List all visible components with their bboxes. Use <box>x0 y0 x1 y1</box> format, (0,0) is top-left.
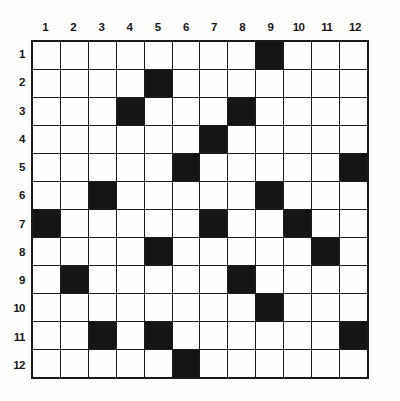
grid-cell[interactable] <box>312 294 339 321</box>
grid-cell[interactable] <box>117 238 144 265</box>
grid-cell[interactable] <box>200 322 227 349</box>
grid-cell[interactable] <box>173 266 200 293</box>
black-cell[interactable] <box>256 182 283 209</box>
grid-cell[interactable] <box>61 98 88 125</box>
grid-cell[interactable] <box>145 294 172 321</box>
grid-cell[interactable] <box>117 350 144 377</box>
black-cell[interactable] <box>173 350 200 377</box>
grid-cell[interactable] <box>284 182 311 209</box>
crossword-grid <box>31 40 369 379</box>
black-cell[interactable] <box>312 238 339 265</box>
grid-cell[interactable] <box>284 126 311 153</box>
row-label-6: 6 <box>2 181 28 209</box>
grid-cell[interactable] <box>284 294 311 321</box>
grid-cell[interactable] <box>61 210 88 237</box>
row-labels: 123456789101112 <box>2 40 28 379</box>
grid-cell[interactable] <box>145 126 172 153</box>
grid-cell[interactable] <box>33 126 60 153</box>
col-label-11: 11 <box>313 12 341 36</box>
grid-cell[interactable] <box>340 182 367 209</box>
row-label-2: 2 <box>2 68 28 96</box>
grid-cell[interactable] <box>33 42 60 69</box>
grid-cell[interactable] <box>200 182 227 209</box>
grid-cell[interactable] <box>117 42 144 69</box>
row-label-10: 10 <box>2 294 28 322</box>
black-cell[interactable] <box>340 322 367 349</box>
col-label-5: 5 <box>144 12 172 36</box>
grid-cell[interactable] <box>200 350 227 377</box>
grid-cell[interactable] <box>33 350 60 377</box>
grid-cell[interactable] <box>33 238 60 265</box>
grid-cell[interactable] <box>340 98 367 125</box>
grid-cell[interactable] <box>145 154 172 181</box>
grid-cell[interactable] <box>117 322 144 349</box>
grid-cell[interactable] <box>312 182 339 209</box>
grid-cell[interactable] <box>61 350 88 377</box>
grid-cell[interactable] <box>228 294 255 321</box>
grid-cell[interactable] <box>33 266 60 293</box>
grid-cell[interactable] <box>61 154 88 181</box>
grid-cell[interactable] <box>284 266 311 293</box>
grid-cell[interactable] <box>312 210 339 237</box>
grid-cell[interactable] <box>117 210 144 237</box>
grid-cell[interactable] <box>256 238 283 265</box>
col-label-10: 10 <box>284 12 312 36</box>
grid-cell[interactable] <box>312 126 339 153</box>
grid-cell[interactable] <box>33 182 60 209</box>
grid-cell[interactable] <box>145 266 172 293</box>
col-label-2: 2 <box>59 12 87 36</box>
grid-cell[interactable] <box>173 126 200 153</box>
grid-cell[interactable] <box>340 294 367 321</box>
black-cell[interactable] <box>145 238 172 265</box>
grid-cell[interactable] <box>200 238 227 265</box>
black-cell[interactable] <box>340 154 367 181</box>
black-cell[interactable] <box>145 70 172 97</box>
black-cell[interactable] <box>228 266 255 293</box>
black-cell[interactable] <box>256 42 283 69</box>
black-cell[interactable] <box>117 98 144 125</box>
grid-cell[interactable] <box>340 350 367 377</box>
grid-cell[interactable] <box>145 98 172 125</box>
grid-cell[interactable] <box>33 294 60 321</box>
grid-cell[interactable] <box>89 42 116 69</box>
grid-cell[interactable] <box>312 266 339 293</box>
grid-cell[interactable] <box>117 182 144 209</box>
grid-cell[interactable] <box>312 42 339 69</box>
row-label-7: 7 <box>2 210 28 238</box>
grid-cell[interactable] <box>145 210 172 237</box>
grid-cell[interactable] <box>228 238 255 265</box>
col-label-1: 1 <box>31 12 59 36</box>
grid-cell[interactable] <box>256 98 283 125</box>
black-cell[interactable] <box>89 322 116 349</box>
grid-cell[interactable] <box>145 350 172 377</box>
grid-cell[interactable] <box>173 294 200 321</box>
grid-cell[interactable] <box>61 322 88 349</box>
grid-cell[interactable] <box>256 322 283 349</box>
grid-cell[interactable] <box>173 322 200 349</box>
black-cell[interactable] <box>256 294 283 321</box>
col-label-4: 4 <box>115 12 143 36</box>
grid-cell[interactable] <box>340 42 367 69</box>
grid-cell[interactable] <box>117 266 144 293</box>
grid-cell[interactable] <box>33 98 60 125</box>
col-label-9: 9 <box>256 12 284 36</box>
grid-cell[interactable] <box>89 238 116 265</box>
grid-cell[interactable] <box>340 266 367 293</box>
grid-cell[interactable] <box>117 70 144 97</box>
grid-cell[interactable] <box>200 294 227 321</box>
grid-cell[interactable] <box>340 210 367 237</box>
grid-cell[interactable] <box>228 210 255 237</box>
row-label-12: 12 <box>2 351 28 379</box>
grid-cell[interactable] <box>117 294 144 321</box>
grid-cell[interactable] <box>312 70 339 97</box>
col-label-3: 3 <box>87 12 115 36</box>
grid-cell[interactable] <box>173 182 200 209</box>
black-cell[interactable] <box>33 210 60 237</box>
grid-cell[interactable] <box>200 70 227 97</box>
grid-cell[interactable] <box>340 126 367 153</box>
grid-cell[interactable] <box>312 154 339 181</box>
grid-cell[interactable] <box>89 98 116 125</box>
col-label-6: 6 <box>172 12 200 36</box>
grid-cell[interactable] <box>312 98 339 125</box>
grid-cell[interactable] <box>173 70 200 97</box>
grid-cell[interactable] <box>284 238 311 265</box>
row-label-4: 4 <box>2 125 28 153</box>
row-label-5: 5 <box>2 153 28 181</box>
grid-cell[interactable] <box>312 322 339 349</box>
row-label-1: 1 <box>2 40 28 68</box>
grid-cell[interactable] <box>33 154 60 181</box>
grid-cell[interactable] <box>256 70 283 97</box>
grid-cell[interactable] <box>340 238 367 265</box>
grid-cell[interactable] <box>200 154 227 181</box>
grid-cell[interactable] <box>284 154 311 181</box>
black-cell[interactable] <box>284 210 311 237</box>
grid-cell[interactable] <box>89 210 116 237</box>
black-cell[interactable] <box>200 126 227 153</box>
black-cell[interactable] <box>145 322 172 349</box>
grid-cell[interactable] <box>228 322 255 349</box>
black-cell[interactable] <box>173 154 200 181</box>
grid-cell[interactable] <box>256 154 283 181</box>
grid-cell[interactable] <box>89 126 116 153</box>
grid-cell[interactable] <box>256 350 283 377</box>
grid-cell[interactable] <box>173 42 200 69</box>
grid-cell[interactable] <box>173 98 200 125</box>
grid-cell[interactable] <box>117 126 144 153</box>
grid-cell[interactable] <box>200 98 227 125</box>
grid-cell[interactable] <box>256 210 283 237</box>
grid-cell[interactable] <box>89 154 116 181</box>
grid-cell[interactable] <box>284 322 311 349</box>
grid-cell[interactable] <box>89 350 116 377</box>
grid-cell[interactable] <box>228 350 255 377</box>
grid-cell[interactable] <box>117 154 144 181</box>
grid-cell[interactable] <box>256 266 283 293</box>
grid-cell[interactable] <box>284 350 311 377</box>
black-cell[interactable] <box>89 182 116 209</box>
grid-cell[interactable] <box>312 350 339 377</box>
col-label-7: 7 <box>200 12 228 36</box>
grid-cell[interactable] <box>89 294 116 321</box>
grid-cell[interactable] <box>200 42 227 69</box>
grid-cell[interactable] <box>173 210 200 237</box>
grid-cell[interactable] <box>61 294 88 321</box>
grid-cell[interactable] <box>145 182 172 209</box>
black-cell[interactable] <box>228 98 255 125</box>
grid-cell[interactable] <box>61 70 88 97</box>
grid-cell[interactable] <box>61 42 88 69</box>
grid-cell[interactable] <box>89 266 116 293</box>
black-cell[interactable] <box>61 266 88 293</box>
grid-cell[interactable] <box>228 42 255 69</box>
grid-cell[interactable] <box>284 42 311 69</box>
row-label-8: 8 <box>2 238 28 266</box>
grid-cell[interactable] <box>284 70 311 97</box>
grid-cell[interactable] <box>228 70 255 97</box>
crossword-diagram: 123456789101112 123456789101112 <box>0 0 400 401</box>
grid-cell[interactable] <box>145 42 172 69</box>
grid-cell[interactable] <box>61 238 88 265</box>
grid-cell[interactable] <box>228 182 255 209</box>
black-cell[interactable] <box>200 210 227 237</box>
grid-cell[interactable] <box>228 126 255 153</box>
row-label-9: 9 <box>2 266 28 294</box>
col-label-8: 8 <box>228 12 256 36</box>
grid-cell[interactable] <box>256 126 283 153</box>
grid-cell[interactable] <box>61 126 88 153</box>
grid-cell[interactable] <box>61 182 88 209</box>
grid-cell[interactable] <box>284 98 311 125</box>
grid-cell[interactable] <box>89 70 116 97</box>
grid-cell[interactable] <box>340 70 367 97</box>
grid-cell[interactable] <box>228 154 255 181</box>
grid-cell[interactable] <box>33 322 60 349</box>
col-label-12: 12 <box>341 12 369 36</box>
column-labels: 123456789101112 <box>31 12 369 36</box>
grid-cell[interactable] <box>200 266 227 293</box>
grid-cell[interactable] <box>33 70 60 97</box>
row-label-3: 3 <box>2 97 28 125</box>
row-label-11: 11 <box>2 323 28 351</box>
grid-cell[interactable] <box>173 238 200 265</box>
